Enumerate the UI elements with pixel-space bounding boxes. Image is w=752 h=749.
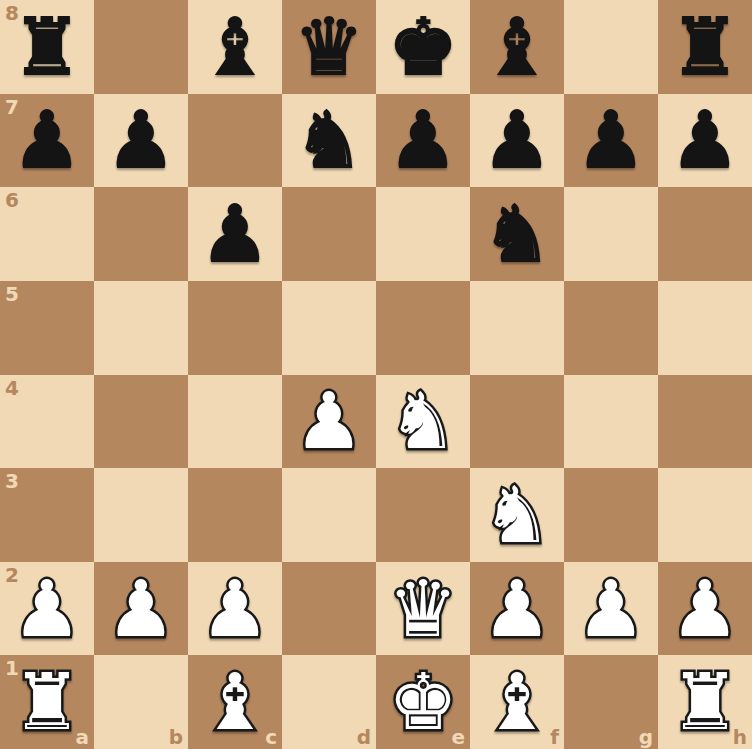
black-pawn-icon[interactable]: ♟ [376, 94, 470, 188]
black-pawn-icon[interactable]: ♟ [658, 94, 752, 188]
square-h4[interactable] [658, 375, 752, 469]
white-queen-icon[interactable]: ♛ [376, 562, 470, 656]
square-d8[interactable]: ♛ [282, 0, 376, 94]
black-knight-icon[interactable]: ♞ [470, 187, 564, 281]
white-rook-icon[interactable]: ♜ [658, 655, 752, 749]
square-g4[interactable] [564, 375, 658, 469]
square-g2[interactable]: ♟ [564, 562, 658, 656]
black-bishop-icon[interactable]: ♝ [188, 0, 282, 94]
file-label-g: g [639, 727, 653, 747]
square-h8[interactable]: ♜ [658, 0, 752, 94]
square-g6[interactable] [564, 187, 658, 281]
square-e7[interactable]: ♟ [376, 94, 470, 188]
square-e8[interactable]: ♚ [376, 0, 470, 94]
square-b6[interactable] [94, 187, 188, 281]
square-c3[interactable] [188, 468, 282, 562]
square-b1[interactable]: b [94, 655, 188, 749]
white-pawn-icon[interactable]: ♟ [94, 562, 188, 656]
square-h5[interactable] [658, 281, 752, 375]
square-g5[interactable] [564, 281, 658, 375]
square-c7[interactable] [188, 94, 282, 188]
black-rook-icon[interactable]: ♜ [658, 0, 752, 94]
rank-label-5: 5 [5, 284, 19, 304]
square-h7[interactable]: ♟ [658, 94, 752, 188]
black-pawn-icon[interactable]: ♟ [94, 94, 188, 188]
white-knight-icon[interactable]: ♞ [470, 468, 564, 562]
white-bishop-icon[interactable]: ♝ [188, 655, 282, 749]
square-f2[interactable]: ♟ [470, 562, 564, 656]
square-d2[interactable] [282, 562, 376, 656]
square-d7[interactable]: ♞ [282, 94, 376, 188]
white-pawn-icon[interactable]: ♟ [564, 562, 658, 656]
square-e3[interactable] [376, 468, 470, 562]
square-a3[interactable]: 3 [0, 468, 94, 562]
black-pawn-icon[interactable]: ♟ [470, 94, 564, 188]
black-queen-icon[interactable]: ♛ [282, 0, 376, 94]
square-b5[interactable] [94, 281, 188, 375]
square-e6[interactable] [376, 187, 470, 281]
square-b3[interactable] [94, 468, 188, 562]
white-pawn-icon[interactable]: ♟ [658, 562, 752, 656]
square-e4[interactable]: ♞ [376, 375, 470, 469]
white-king-icon[interactable]: ♚ [376, 655, 470, 749]
square-h2[interactable]: ♟ [658, 562, 752, 656]
chess-board: 8♜♝♛♚♝♜7♟♟♞♟♟♟♟6♟♞54♟♞3♞2♟♟♟♛♟♟♟1a♜bc♝de… [0, 0, 752, 749]
square-b8[interactable] [94, 0, 188, 94]
square-a5[interactable]: 5 [0, 281, 94, 375]
square-f6[interactable]: ♞ [470, 187, 564, 281]
square-a6[interactable]: 6 [0, 187, 94, 281]
square-f3[interactable]: ♞ [470, 468, 564, 562]
file-label-d: d [357, 727, 371, 747]
square-d1[interactable]: d [282, 655, 376, 749]
black-bishop-icon[interactable]: ♝ [470, 0, 564, 94]
rank-label-4: 4 [5, 378, 19, 398]
square-c4[interactable] [188, 375, 282, 469]
square-e2[interactable]: ♛ [376, 562, 470, 656]
square-a4[interactable]: 4 [0, 375, 94, 469]
square-g1[interactable]: g [564, 655, 658, 749]
square-h3[interactable] [658, 468, 752, 562]
black-pawn-icon[interactable]: ♟ [564, 94, 658, 188]
square-c5[interactable] [188, 281, 282, 375]
white-knight-icon[interactable]: ♞ [376, 375, 470, 469]
square-b4[interactable] [94, 375, 188, 469]
black-pawn-icon[interactable]: ♟ [0, 94, 94, 188]
square-g7[interactable]: ♟ [564, 94, 658, 188]
square-e5[interactable] [376, 281, 470, 375]
black-king-icon[interactable]: ♚ [376, 0, 470, 94]
square-d5[interactable] [282, 281, 376, 375]
square-d3[interactable] [282, 468, 376, 562]
square-h1[interactable]: h♜ [658, 655, 752, 749]
square-h6[interactable] [658, 187, 752, 281]
white-bishop-icon[interactable]: ♝ [470, 655, 564, 749]
square-a8[interactable]: 8♜ [0, 0, 94, 94]
black-knight-icon[interactable]: ♞ [282, 94, 376, 188]
white-pawn-icon[interactable]: ♟ [282, 375, 376, 469]
square-c2[interactable]: ♟ [188, 562, 282, 656]
square-f7[interactable]: ♟ [470, 94, 564, 188]
square-a2[interactable]: 2♟ [0, 562, 94, 656]
file-label-b: b [169, 727, 183, 747]
square-f8[interactable]: ♝ [470, 0, 564, 94]
square-f4[interactable] [470, 375, 564, 469]
square-f1[interactable]: f♝ [470, 655, 564, 749]
black-pawn-icon[interactable]: ♟ [188, 187, 282, 281]
white-pawn-icon[interactable]: ♟ [470, 562, 564, 656]
white-pawn-icon[interactable]: ♟ [0, 562, 94, 656]
square-b7[interactable]: ♟ [94, 94, 188, 188]
square-f5[interactable] [470, 281, 564, 375]
square-g8[interactable] [564, 0, 658, 94]
white-pawn-icon[interactable]: ♟ [188, 562, 282, 656]
rank-label-6: 6 [5, 190, 19, 210]
rank-label-3: 3 [5, 471, 19, 491]
square-c6[interactable]: ♟ [188, 187, 282, 281]
square-a7[interactable]: 7♟ [0, 94, 94, 188]
square-c8[interactable]: ♝ [188, 0, 282, 94]
square-a1[interactable]: 1a♜ [0, 655, 94, 749]
square-e1[interactable]: e♚ [376, 655, 470, 749]
square-g3[interactable] [564, 468, 658, 562]
square-d4[interactable]: ♟ [282, 375, 376, 469]
square-b2[interactable]: ♟ [94, 562, 188, 656]
square-d6[interactable] [282, 187, 376, 281]
black-rook-icon[interactable]: ♜ [0, 0, 94, 94]
white-rook-icon[interactable]: ♜ [0, 655, 94, 749]
square-c1[interactable]: c♝ [188, 655, 282, 749]
